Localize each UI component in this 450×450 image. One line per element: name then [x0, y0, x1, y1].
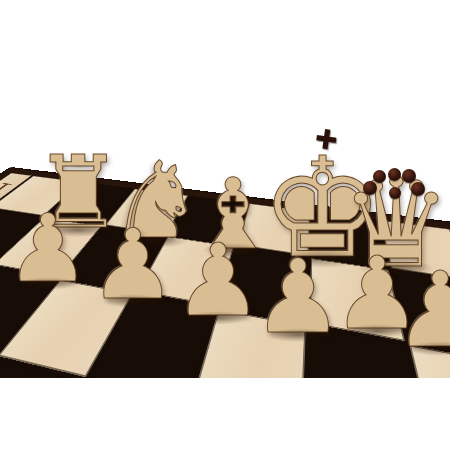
piece-shadow — [103, 294, 163, 308]
piece-shadow — [187, 311, 249, 325]
piece-white-pawn-h2[interactable]: ♟ — [6, 211, 90, 286]
piece-white-pawn-g2[interactable]: ♟ — [90, 226, 177, 304]
chess-set-photo: 12345678 ♜♞♝♚♛♟♟♟♟♟♟ ✚ — [0, 0, 450, 450]
piece-shadow — [19, 277, 77, 290]
queen-crown-bead — [389, 187, 401, 199]
piece-white-pawn-c2[interactable]: ♟ — [393, 269, 450, 352]
king-cross-finial: ✚ — [313, 125, 339, 155]
piece-white-pawn-e2[interactable]: ♟ — [252, 256, 343, 338]
queen-crown-bead — [411, 182, 425, 196]
white-pawn-glyph: ♟ — [252, 256, 343, 338]
photo-bottom-crop — [0, 378, 450, 450]
white-pawn-glyph: ♟ — [393, 269, 450, 352]
white-pawn-glyph: ♟ — [6, 211, 90, 286]
queen-crown-bead — [373, 170, 386, 183]
queen-crown-bead — [388, 168, 401, 181]
piece-shadow — [266, 328, 329, 342]
white-pawn-glyph: ♟ — [90, 226, 177, 304]
queen-crown-bead — [363, 181, 377, 195]
white-pawn-glyph: ♟ — [173, 241, 263, 321]
queen-crown-bead — [402, 169, 416, 183]
piece-white-pawn-f2[interactable]: ♟ — [173, 241, 263, 321]
